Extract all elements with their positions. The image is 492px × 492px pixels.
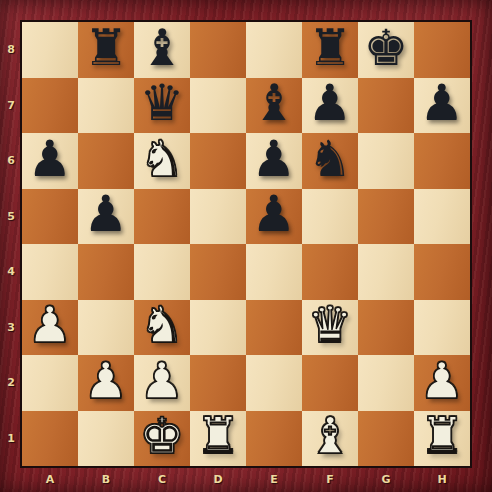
square-a4[interactable] bbox=[22, 244, 78, 300]
rank-label-5: 5 bbox=[0, 189, 22, 245]
square-c6[interactable]: ♞ bbox=[134, 133, 190, 189]
square-b6[interactable] bbox=[78, 133, 134, 189]
black-queen-c7: ♛ bbox=[140, 78, 185, 128]
square-h6[interactable] bbox=[414, 133, 470, 189]
square-e2[interactable] bbox=[246, 355, 302, 411]
black-pawn-e6: ♟ bbox=[252, 134, 297, 184]
square-d2[interactable] bbox=[190, 355, 246, 411]
black-bishop-e7: ♝ bbox=[252, 78, 297, 128]
rank-label-7: 7 bbox=[0, 78, 22, 134]
square-e1[interactable] bbox=[246, 411, 302, 467]
square-g2[interactable] bbox=[358, 355, 414, 411]
file-label-c: C bbox=[134, 466, 190, 492]
square-h1[interactable]: ♜ bbox=[414, 411, 470, 467]
square-d5[interactable] bbox=[190, 189, 246, 245]
square-b1[interactable] bbox=[78, 411, 134, 467]
black-rook-f8: ♜ bbox=[308, 23, 353, 73]
square-h2[interactable]: ♟ bbox=[414, 355, 470, 411]
square-c1[interactable]: ♚ bbox=[134, 411, 190, 467]
file-label-d: D bbox=[190, 466, 246, 492]
rank-labels: 87654321 bbox=[0, 22, 22, 466]
square-f7[interactable]: ♟ bbox=[302, 78, 358, 134]
square-f2[interactable] bbox=[302, 355, 358, 411]
file-labels: ABCDEFGH bbox=[22, 466, 470, 492]
square-c4[interactable] bbox=[134, 244, 190, 300]
square-e3[interactable] bbox=[246, 300, 302, 356]
square-b7[interactable] bbox=[78, 78, 134, 134]
rank-label-1: 1 bbox=[0, 411, 22, 467]
square-d3[interactable] bbox=[190, 300, 246, 356]
square-c3[interactable]: ♞ bbox=[134, 300, 190, 356]
square-f8[interactable]: ♜ bbox=[302, 22, 358, 78]
square-c2[interactable]: ♟ bbox=[134, 355, 190, 411]
square-a2[interactable] bbox=[22, 355, 78, 411]
black-pawn-b5: ♟ bbox=[84, 189, 129, 239]
white-knight-c3: ♞ bbox=[140, 300, 185, 350]
square-c7[interactable]: ♛ bbox=[134, 78, 190, 134]
square-g3[interactable] bbox=[358, 300, 414, 356]
board: ♜♝♜♚♛♝♟♟♟♞♟♞♟♟♟♞♛♟♟♟♚♜♝♜ bbox=[22, 22, 470, 466]
file-label-e: E bbox=[246, 466, 302, 492]
square-c5[interactable] bbox=[134, 189, 190, 245]
square-f3[interactable]: ♛ bbox=[302, 300, 358, 356]
square-g7[interactable] bbox=[358, 78, 414, 134]
square-a3[interactable]: ♟ bbox=[22, 300, 78, 356]
file-label-f: F bbox=[302, 466, 358, 492]
file-label-h: H bbox=[414, 466, 470, 492]
square-e6[interactable]: ♟ bbox=[246, 133, 302, 189]
square-h7[interactable]: ♟ bbox=[414, 78, 470, 134]
black-pawn-f7: ♟ bbox=[308, 78, 353, 128]
white-pawn-c2: ♟ bbox=[140, 356, 185, 406]
file-label-b: B bbox=[78, 466, 134, 492]
square-e8[interactable] bbox=[246, 22, 302, 78]
square-g4[interactable] bbox=[358, 244, 414, 300]
black-king-g8: ♚ bbox=[364, 23, 409, 73]
square-b5[interactable]: ♟ bbox=[78, 189, 134, 245]
square-b4[interactable] bbox=[78, 244, 134, 300]
square-e7[interactable]: ♝ bbox=[246, 78, 302, 134]
square-b2[interactable]: ♟ bbox=[78, 355, 134, 411]
square-h3[interactable] bbox=[414, 300, 470, 356]
square-d8[interactable] bbox=[190, 22, 246, 78]
square-h4[interactable] bbox=[414, 244, 470, 300]
square-f6[interactable]: ♞ bbox=[302, 133, 358, 189]
white-rook-d1: ♜ bbox=[196, 411, 241, 461]
square-c8[interactable]: ♝ bbox=[134, 22, 190, 78]
square-e4[interactable] bbox=[246, 244, 302, 300]
white-pawn-h2: ♟ bbox=[420, 356, 465, 406]
square-g1[interactable] bbox=[358, 411, 414, 467]
square-d4[interactable] bbox=[190, 244, 246, 300]
square-h8[interactable] bbox=[414, 22, 470, 78]
black-rook-b8: ♜ bbox=[84, 23, 129, 73]
white-knight-c6: ♞ bbox=[140, 134, 185, 184]
square-f5[interactable] bbox=[302, 189, 358, 245]
rank-label-2: 2 bbox=[0, 355, 22, 411]
black-knight-f6: ♞ bbox=[308, 134, 353, 184]
white-king-c1: ♚ bbox=[140, 411, 185, 461]
square-a7[interactable] bbox=[22, 78, 78, 134]
white-bishop-f1: ♝ bbox=[308, 411, 353, 461]
square-a6[interactable]: ♟ bbox=[22, 133, 78, 189]
black-bishop-c8: ♝ bbox=[140, 23, 185, 73]
black-pawn-e5: ♟ bbox=[252, 189, 297, 239]
square-g8[interactable]: ♚ bbox=[358, 22, 414, 78]
rank-label-3: 3 bbox=[0, 300, 22, 356]
square-a8[interactable] bbox=[22, 22, 78, 78]
square-f1[interactable]: ♝ bbox=[302, 411, 358, 467]
square-a5[interactable] bbox=[22, 189, 78, 245]
rank-label-6: 6 bbox=[0, 133, 22, 189]
square-b3[interactable] bbox=[78, 300, 134, 356]
file-label-a: A bbox=[22, 466, 78, 492]
white-queen-f3: ♛ bbox=[308, 300, 353, 350]
file-label-g: G bbox=[358, 466, 414, 492]
white-pawn-a3: ♟ bbox=[28, 300, 73, 350]
square-d7[interactable] bbox=[190, 78, 246, 134]
square-d1[interactable]: ♜ bbox=[190, 411, 246, 467]
board-frame: 87654321 ABCDEFGH ♜♝♜♚♛♝♟♟♟♞♟♞♟♟♟♞♛♟♟♟♚♜… bbox=[0, 0, 492, 492]
square-g5[interactable] bbox=[358, 189, 414, 245]
square-e5[interactable]: ♟ bbox=[246, 189, 302, 245]
square-g6[interactable] bbox=[358, 133, 414, 189]
square-b8[interactable]: ♜ bbox=[78, 22, 134, 78]
white-rook-h1: ♜ bbox=[420, 411, 465, 461]
square-h5[interactable] bbox=[414, 189, 470, 245]
rank-label-8: 8 bbox=[0, 22, 22, 78]
square-d6[interactable] bbox=[190, 133, 246, 189]
square-a1[interactable] bbox=[22, 411, 78, 467]
black-pawn-h7: ♟ bbox=[420, 78, 465, 128]
black-pawn-a6: ♟ bbox=[28, 134, 73, 184]
square-f4[interactable] bbox=[302, 244, 358, 300]
rank-label-4: 4 bbox=[0, 244, 22, 300]
white-pawn-b2: ♟ bbox=[84, 356, 129, 406]
